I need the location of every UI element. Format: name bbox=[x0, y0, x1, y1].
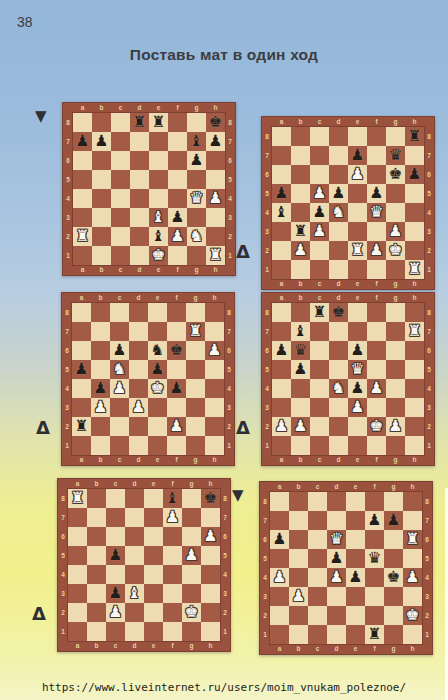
white-pawn-piece: ♟ bbox=[351, 165, 365, 184]
file-label-c: c bbox=[310, 279, 329, 289]
square-a5 bbox=[272, 360, 291, 379]
square-d7 bbox=[125, 508, 144, 527]
rank-label-8: 8 bbox=[62, 303, 72, 322]
square-e1 bbox=[148, 436, 167, 455]
square-h3 bbox=[405, 398, 424, 417]
black-queen-piece: ♛ bbox=[368, 549, 382, 568]
rank-label-6: 6 bbox=[220, 527, 230, 546]
rank-label-1: 1 bbox=[422, 625, 432, 644]
square-g4 bbox=[186, 379, 205, 398]
square-c7 bbox=[106, 508, 125, 527]
square-f3 bbox=[167, 398, 186, 417]
rank-label-6: 6 bbox=[262, 165, 272, 184]
square-f1 bbox=[168, 246, 187, 265]
square-d7 bbox=[329, 322, 348, 341]
rank-label-1: 1 bbox=[262, 436, 272, 455]
white-rook-piece: ♜ bbox=[71, 489, 85, 508]
file-label-e: e bbox=[149, 265, 168, 275]
rank-label-3: 3 bbox=[225, 208, 235, 227]
white-queen-piece: ♛ bbox=[351, 360, 365, 379]
square-f1: ♜ bbox=[365, 625, 384, 644]
rank-labels: 87654321 bbox=[424, 303, 434, 455]
white-bishop-piece: ♝ bbox=[152, 208, 166, 227]
square-h7 bbox=[205, 322, 224, 341]
file-label-f: f bbox=[163, 641, 182, 651]
white-pawn-piece: ♟ bbox=[166, 508, 180, 527]
black-rook-piece: ♜ bbox=[294, 222, 308, 241]
square-a8 bbox=[270, 492, 289, 511]
square-a3 bbox=[270, 587, 289, 606]
square-h7: ♟ bbox=[206, 132, 225, 151]
white-king-piece: ♚ bbox=[151, 379, 165, 398]
square-g5: ♟ bbox=[182, 546, 201, 565]
square-h6: ♟ bbox=[201, 527, 220, 546]
square-b4 bbox=[289, 568, 308, 587]
square-b4: ♟ bbox=[91, 379, 110, 398]
page-title: Поставь мат в один ход bbox=[0, 46, 448, 64]
white-rook-piece: ♜ bbox=[351, 241, 365, 260]
square-d2 bbox=[329, 241, 348, 260]
black-pawn-piece: ♟ bbox=[351, 341, 365, 360]
square-h7 bbox=[403, 511, 422, 530]
square-c6 bbox=[310, 165, 329, 184]
square-g3 bbox=[186, 398, 205, 417]
black-pawn-piece: ♟ bbox=[368, 511, 382, 530]
file-label-h: h bbox=[405, 455, 424, 465]
black-pawn-piece: ♟ bbox=[351, 379, 365, 398]
rank-label-4: 4 bbox=[424, 203, 434, 222]
rank-label-2: 2 bbox=[422, 606, 432, 625]
square-e2 bbox=[144, 603, 163, 622]
black-pawn-piece: ♟ bbox=[209, 132, 223, 151]
rank-labels: 87654321 bbox=[262, 127, 272, 279]
square-a5 bbox=[270, 549, 289, 568]
file-labels: abcdefgh bbox=[272, 455, 424, 465]
rank-label-5: 5 bbox=[260, 549, 270, 568]
file-label-b: b bbox=[291, 117, 310, 127]
white-knight-piece: ♞ bbox=[113, 360, 127, 379]
square-e3 bbox=[144, 584, 163, 603]
square-c4 bbox=[308, 568, 327, 587]
square-b1 bbox=[92, 246, 111, 265]
rank-label-8: 8 bbox=[424, 303, 434, 322]
rank-label-6: 6 bbox=[58, 527, 68, 546]
black-bishop-piece: ♝ bbox=[275, 203, 289, 222]
file-label-g: g bbox=[386, 117, 405, 127]
square-h4 bbox=[205, 379, 224, 398]
square-b4 bbox=[291, 203, 310, 222]
black-pawn-piece: ♟ bbox=[75, 360, 89, 379]
square-f7: ♟ bbox=[365, 511, 384, 530]
square-d7 bbox=[327, 511, 346, 530]
file-label-b: b bbox=[91, 455, 110, 465]
rank-label-4: 4 bbox=[224, 379, 234, 398]
file-label-f: f bbox=[367, 117, 386, 127]
black-king-piece: ♚ bbox=[209, 113, 223, 132]
square-e7 bbox=[149, 132, 168, 151]
square-c4 bbox=[310, 379, 329, 398]
square-d1 bbox=[130, 246, 149, 265]
file-label-d: d bbox=[327, 644, 346, 654]
file-label-e: e bbox=[346, 644, 365, 654]
square-b1 bbox=[291, 436, 310, 455]
file-label-b: b bbox=[289, 644, 308, 654]
rank-label-7: 7 bbox=[422, 511, 432, 530]
square-g4 bbox=[386, 379, 405, 398]
square-f2: ♟ bbox=[367, 241, 386, 260]
rank-label-6: 6 bbox=[422, 530, 432, 549]
square-f6 bbox=[367, 165, 386, 184]
square-a7 bbox=[68, 508, 87, 527]
square-b6 bbox=[91, 341, 110, 360]
square-a3 bbox=[272, 398, 291, 417]
square-a2: ♜ bbox=[72, 417, 91, 436]
file-label-b: b bbox=[289, 482, 308, 492]
white-rook-piece: ♜ bbox=[406, 530, 420, 549]
file-label-d: d bbox=[130, 103, 149, 113]
white-pawn-piece: ♟ bbox=[294, 417, 308, 436]
white-pawn-piece: ♟ bbox=[171, 227, 185, 246]
square-f5 bbox=[167, 360, 186, 379]
square-h3 bbox=[201, 584, 220, 603]
square-c8 bbox=[106, 489, 125, 508]
square-e8 bbox=[346, 492, 365, 511]
square-c2 bbox=[308, 606, 327, 625]
rank-label-5: 5 bbox=[225, 170, 235, 189]
square-g1 bbox=[187, 246, 206, 265]
square-h2 bbox=[201, 603, 220, 622]
file-label-b: b bbox=[291, 279, 310, 289]
file-label-b: b bbox=[291, 293, 310, 303]
square-e5 bbox=[346, 549, 365, 568]
square-b6 bbox=[92, 151, 111, 170]
square-h1 bbox=[201, 622, 220, 641]
square-f2: ♟ bbox=[168, 227, 187, 246]
white-pawn-piece: ♟ bbox=[185, 546, 199, 565]
square-e3: ♝ bbox=[149, 208, 168, 227]
square-d5 bbox=[129, 360, 148, 379]
rank-label-3: 3 bbox=[220, 584, 230, 603]
rank-label-4: 4 bbox=[225, 189, 235, 208]
square-b5 bbox=[91, 360, 110, 379]
chessboard: abcdefgh 87654321 ♜♚♝♜♟♛♟♟♛♞♟♟♟♟♟♚♟ 8765… bbox=[261, 292, 435, 466]
white-king-piece: ♚ bbox=[152, 246, 166, 265]
file-label-f: f bbox=[168, 265, 187, 275]
file-labels: abcdefgh bbox=[272, 279, 424, 289]
square-d5 bbox=[329, 360, 348, 379]
square-d4 bbox=[130, 189, 149, 208]
black-bishop-piece: ♝ bbox=[166, 489, 180, 508]
file-labels: abcdefgh bbox=[270, 644, 422, 654]
square-e6: ♞ bbox=[148, 341, 167, 360]
square-b2 bbox=[289, 606, 308, 625]
square-e6: ♟ bbox=[348, 341, 367, 360]
square-a3 bbox=[72, 398, 91, 417]
square-b6 bbox=[87, 527, 106, 546]
rank-label-7: 7 bbox=[424, 322, 434, 341]
black-pawn-piece: ♟ bbox=[275, 341, 289, 360]
square-a7 bbox=[272, 146, 291, 165]
black-pawn-piece: ♟ bbox=[94, 379, 108, 398]
square-e2: ♝ bbox=[149, 227, 168, 246]
rank-label-4: 4 bbox=[424, 379, 434, 398]
rank-label-8: 8 bbox=[224, 303, 234, 322]
square-a2: ♟ bbox=[272, 417, 291, 436]
file-label-d: d bbox=[329, 293, 348, 303]
rank-label-2: 2 bbox=[224, 417, 234, 436]
rank-label-3: 3 bbox=[63, 208, 73, 227]
square-c2 bbox=[310, 241, 329, 260]
file-label-g: g bbox=[182, 479, 201, 489]
square-d5: ♟ bbox=[327, 549, 346, 568]
square-g7: ♝ bbox=[187, 132, 206, 151]
file-label-f: f bbox=[365, 482, 384, 492]
square-a6 bbox=[73, 151, 92, 170]
file-label-f: f bbox=[367, 279, 386, 289]
square-f5 bbox=[163, 546, 182, 565]
board-grid: ♜♚♝♜♟♛♟♟♛♞♟♟♟♟♟♚♟ bbox=[272, 303, 424, 455]
square-h5 bbox=[405, 360, 424, 379]
file-label-e: e bbox=[348, 455, 367, 465]
square-g4: ♚ bbox=[384, 568, 403, 587]
rank-label-3: 3 bbox=[260, 587, 270, 606]
square-g6 bbox=[386, 341, 405, 360]
square-g2: ♚ bbox=[386, 241, 405, 260]
square-c8 bbox=[111, 113, 130, 132]
square-e6: ♟ bbox=[348, 165, 367, 184]
white-pawn-piece: ♟ bbox=[313, 184, 327, 203]
square-a5: ♟ bbox=[72, 360, 91, 379]
square-c6: ♟ bbox=[110, 341, 129, 360]
black-pawn-piece: ♟ bbox=[113, 341, 127, 360]
black-pawn-piece: ♟ bbox=[351, 146, 365, 165]
black-pawn-piece: ♟ bbox=[171, 208, 185, 227]
square-e2 bbox=[348, 417, 367, 436]
file-labels: abcdefgh bbox=[73, 265, 225, 275]
black-king-piece: ♚ bbox=[204, 489, 218, 508]
square-h2: ♚ bbox=[403, 606, 422, 625]
square-g3 bbox=[386, 398, 405, 417]
white-pawn-piece: ♟ bbox=[113, 379, 127, 398]
square-c7 bbox=[308, 511, 327, 530]
rank-label-4: 4 bbox=[63, 189, 73, 208]
square-g4: ♛ bbox=[187, 189, 206, 208]
black-pawn-piece: ♟ bbox=[109, 584, 123, 603]
file-label-f: f bbox=[167, 293, 186, 303]
file-label-a: a bbox=[270, 482, 289, 492]
square-e2 bbox=[346, 606, 365, 625]
square-b8 bbox=[91, 303, 110, 322]
file-label-c: c bbox=[308, 482, 327, 492]
file-label-f: f bbox=[163, 479, 182, 489]
rank-label-3: 3 bbox=[58, 584, 68, 603]
rank-label-3: 3 bbox=[422, 587, 432, 606]
square-d6: ♛ bbox=[327, 530, 346, 549]
white-pawn-piece: ♟ bbox=[109, 603, 123, 622]
white-pawn-piece: ♟ bbox=[370, 241, 384, 260]
black-rook-piece: ♜ bbox=[133, 113, 147, 132]
black-pawn-piece: ♟ bbox=[330, 549, 344, 568]
square-g4 bbox=[386, 203, 405, 222]
square-a1 bbox=[272, 436, 291, 455]
square-e4 bbox=[348, 203, 367, 222]
square-d4: ♞ bbox=[329, 203, 348, 222]
file-label-g: g bbox=[186, 455, 205, 465]
square-f7 bbox=[167, 322, 186, 341]
square-h3 bbox=[206, 208, 225, 227]
square-g2 bbox=[384, 606, 403, 625]
square-d1 bbox=[327, 625, 346, 644]
white-king-piece: ♚ bbox=[185, 603, 199, 622]
file-label-f: f bbox=[167, 455, 186, 465]
square-g6 bbox=[182, 527, 201, 546]
black-pawn-piece: ♟ bbox=[370, 184, 384, 203]
square-f1 bbox=[167, 436, 186, 455]
square-e6 bbox=[346, 530, 365, 549]
white-pawn-piece: ♟ bbox=[313, 222, 327, 241]
rank-label-8: 8 bbox=[424, 127, 434, 146]
square-e1 bbox=[348, 436, 367, 455]
file-label-c: c bbox=[110, 455, 129, 465]
square-f4 bbox=[168, 189, 187, 208]
file-label-b: b bbox=[92, 103, 111, 113]
square-c7 bbox=[110, 322, 129, 341]
rank-label-8: 8 bbox=[422, 492, 432, 511]
square-a4 bbox=[73, 189, 92, 208]
file-label-a: a bbox=[68, 479, 87, 489]
rank-label-2: 2 bbox=[62, 417, 72, 436]
square-h4 bbox=[201, 565, 220, 584]
rank-label-1: 1 bbox=[58, 622, 68, 641]
rank-label-7: 7 bbox=[224, 322, 234, 341]
square-g5 bbox=[386, 360, 405, 379]
rank-label-8: 8 bbox=[262, 127, 272, 146]
file-label-g: g bbox=[186, 293, 205, 303]
rank-label-1: 1 bbox=[260, 625, 270, 644]
square-b7 bbox=[87, 508, 106, 527]
square-c4 bbox=[106, 565, 125, 584]
file-label-c: c bbox=[106, 641, 125, 651]
file-label-h: h bbox=[405, 117, 424, 127]
file-label-g: g bbox=[384, 482, 403, 492]
white-rook-piece: ♜ bbox=[189, 322, 203, 341]
square-d6 bbox=[125, 527, 144, 546]
rank-label-4: 4 bbox=[220, 565, 230, 584]
rank-labels: 87654321 bbox=[424, 127, 434, 279]
square-a8 bbox=[272, 303, 291, 322]
square-h8: ♜ bbox=[405, 127, 424, 146]
square-e2: ♜ bbox=[348, 241, 367, 260]
rank-label-2: 2 bbox=[63, 227, 73, 246]
file-label-g: g bbox=[187, 265, 206, 275]
file-label-b: b bbox=[87, 479, 106, 489]
square-a2 bbox=[272, 241, 291, 260]
page-number: 38 bbox=[17, 14, 33, 30]
square-c5 bbox=[111, 170, 130, 189]
square-g8 bbox=[384, 492, 403, 511]
square-d1 bbox=[329, 260, 348, 279]
square-a5 bbox=[68, 546, 87, 565]
white-to-move-marker: Δ bbox=[236, 417, 250, 438]
white-pawn-piece: ♟ bbox=[94, 398, 108, 417]
square-g2: ♞ bbox=[187, 227, 206, 246]
square-a2 bbox=[270, 606, 289, 625]
square-c5 bbox=[310, 360, 329, 379]
square-f2: ♟ bbox=[167, 417, 186, 436]
square-e7 bbox=[348, 322, 367, 341]
square-c5: ♞ bbox=[110, 360, 129, 379]
rank-label-7: 7 bbox=[220, 508, 230, 527]
white-pawn-piece: ♟ bbox=[208, 341, 222, 360]
white-to-move-marker: Δ bbox=[236, 241, 250, 262]
square-d4 bbox=[129, 379, 148, 398]
square-g7: ♛ bbox=[386, 146, 405, 165]
square-c1 bbox=[106, 622, 125, 641]
square-d1 bbox=[129, 436, 148, 455]
square-a7 bbox=[272, 322, 291, 341]
square-e8 bbox=[348, 303, 367, 322]
file-label-a: a bbox=[73, 103, 92, 113]
square-d5 bbox=[130, 170, 149, 189]
file-label-e: e bbox=[148, 293, 167, 303]
black-rook-piece: ♜ bbox=[368, 625, 382, 644]
square-g1 bbox=[182, 622, 201, 641]
square-h1 bbox=[403, 625, 422, 644]
file-label-f: f bbox=[365, 644, 384, 654]
square-c8 bbox=[310, 127, 329, 146]
square-d5: ♟ bbox=[329, 184, 348, 203]
white-pawn-piece: ♟ bbox=[170, 417, 184, 436]
rank-labels: 87654321 bbox=[62, 303, 72, 455]
file-label-f: f bbox=[168, 103, 187, 113]
square-e7: ♟ bbox=[348, 146, 367, 165]
square-c2 bbox=[110, 417, 129, 436]
rank-label-6: 6 bbox=[62, 341, 72, 360]
rank-label-8: 8 bbox=[220, 489, 230, 508]
square-h8 bbox=[403, 492, 422, 511]
black-pawn-piece: ♟ bbox=[95, 132, 109, 151]
square-b5 bbox=[87, 546, 106, 565]
square-f4: ♛ bbox=[367, 203, 386, 222]
rank-label-2: 2 bbox=[262, 417, 272, 436]
square-f1 bbox=[367, 260, 386, 279]
square-g3 bbox=[182, 584, 201, 603]
square-b5: ♟ bbox=[291, 360, 310, 379]
file-label-c: c bbox=[308, 644, 327, 654]
square-a2 bbox=[68, 603, 87, 622]
square-a6 bbox=[272, 165, 291, 184]
square-f8 bbox=[167, 303, 186, 322]
square-a1 bbox=[272, 260, 291, 279]
square-g7 bbox=[182, 508, 201, 527]
square-b1 bbox=[291, 260, 310, 279]
square-b1 bbox=[91, 436, 110, 455]
file-label-a: a bbox=[272, 117, 291, 127]
square-b7 bbox=[91, 322, 110, 341]
square-a7: ♟ bbox=[73, 132, 92, 151]
rank-label-3: 3 bbox=[62, 398, 72, 417]
square-d4: ♟ bbox=[327, 568, 346, 587]
square-c8: ♜ bbox=[310, 303, 329, 322]
square-c8 bbox=[110, 303, 129, 322]
square-e8: ♜ bbox=[149, 113, 168, 132]
square-f5: ♟ bbox=[367, 184, 386, 203]
square-d3 bbox=[329, 222, 348, 241]
rank-label-5: 5 bbox=[262, 184, 272, 203]
square-e1 bbox=[144, 622, 163, 641]
square-g1 bbox=[386, 260, 405, 279]
square-h3 bbox=[205, 398, 224, 417]
